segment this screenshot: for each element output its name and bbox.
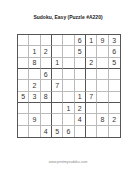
cell-r4c3[interactable]: 6 <box>41 69 52 80</box>
cell-r2c8[interactable] <box>97 46 108 57</box>
cell-r1c7[interactable]: 1 <box>86 35 97 46</box>
cell-r5c4[interactable]: 7 <box>52 80 63 91</box>
cell-r8c6[interactable]: 4 <box>75 114 86 125</box>
cell-r9c3[interactable]: 4 <box>41 126 52 137</box>
cell-r6c8[interactable] <box>97 92 108 103</box>
cell-r7c8[interactable] <box>97 103 108 114</box>
cell-r9c4[interactable]: 5 <box>52 126 63 137</box>
cell-r8c5[interactable] <box>63 114 74 125</box>
cell-r8c2[interactable]: 9 <box>29 114 40 125</box>
cell-r1c3[interactable] <box>41 35 52 46</box>
cell-r3c1[interactable] <box>18 58 29 69</box>
cell-r9c5[interactable]: 6 <box>63 126 74 137</box>
cell-r4c9[interactable] <box>109 69 120 80</box>
cell-r4c5[interactable] <box>63 69 74 80</box>
cell-r9c9[interactable] <box>109 126 120 137</box>
cell-r9c2[interactable] <box>29 126 40 137</box>
cell-r3c6[interactable] <box>75 58 86 69</box>
cell-r7c7[interactable] <box>86 103 97 114</box>
cell-r8c7[interactable] <box>86 114 97 125</box>
cell-r3c8[interactable] <box>97 58 108 69</box>
cell-r8c1[interactable] <box>18 114 29 125</box>
cell-r8c4[interactable] <box>52 114 63 125</box>
cell-r2c5[interactable] <box>63 46 74 57</box>
cell-r2c9[interactable]: 6 <box>109 46 120 57</box>
cell-r6c7[interactable]: 7 <box>86 92 97 103</box>
cell-r2c4[interactable] <box>52 46 63 57</box>
cell-r6c4[interactable] <box>52 92 63 103</box>
cell-r3c4[interactable]: 1 <box>52 58 63 69</box>
cell-r5c7[interactable] <box>86 80 97 91</box>
puzzle-title: Sudoku, Easy (Puzzle #A220) <box>0 14 136 20</box>
cell-r5c5[interactable] <box>63 80 74 91</box>
cell-r9c6[interactable] <box>75 126 86 137</box>
sudoku-page: Sudoku, Easy (Puzzle #A220) 619312568125… <box>0 0 136 176</box>
cell-r7c2[interactable] <box>29 103 40 114</box>
cell-r2c6[interactable]: 5 <box>75 46 86 57</box>
sudoku-board: 61931256812562753817129482456 <box>17 34 121 138</box>
cell-r3c3[interactable] <box>41 58 52 69</box>
cell-r5c8[interactable] <box>97 80 108 91</box>
cell-r8c8[interactable]: 8 <box>97 114 108 125</box>
cell-r1c4[interactable] <box>52 35 63 46</box>
cell-r5c2[interactable]: 2 <box>29 80 40 91</box>
cell-r1c6[interactable]: 6 <box>75 35 86 46</box>
cell-r1c5[interactable] <box>63 35 74 46</box>
cell-r5c3[interactable] <box>41 80 52 91</box>
cell-r9c8[interactable] <box>97 126 108 137</box>
cell-r8c3[interactable] <box>41 114 52 125</box>
cell-r5c9[interactable] <box>109 80 120 91</box>
cell-r6c3[interactable]: 8 <box>41 92 52 103</box>
cell-r7c3[interactable] <box>41 103 52 114</box>
cell-r6c9[interactable] <box>109 92 120 103</box>
cell-r8c9[interactable]: 2 <box>109 114 120 125</box>
cell-r7c5[interactable]: 1 <box>63 103 74 114</box>
cell-r6c5[interactable] <box>63 92 74 103</box>
cell-r6c2[interactable]: 3 <box>29 92 40 103</box>
cell-r2c1[interactable] <box>18 46 29 57</box>
cell-r3c7[interactable]: 2 <box>86 58 97 69</box>
cell-r4c6[interactable] <box>75 69 86 80</box>
cell-r9c7[interactable] <box>86 126 97 137</box>
cell-r9c1[interactable] <box>18 126 29 137</box>
cell-r4c8[interactable] <box>97 69 108 80</box>
cell-r7c4[interactable] <box>52 103 63 114</box>
cell-r3c9[interactable]: 5 <box>109 58 120 69</box>
cell-r7c6[interactable]: 2 <box>75 103 86 114</box>
cell-r4c2[interactable] <box>29 69 40 80</box>
cell-r5c1[interactable] <box>18 80 29 91</box>
cell-r6c1[interactable]: 5 <box>18 92 29 103</box>
cell-r2c2[interactable]: 1 <box>29 46 40 57</box>
cell-r4c7[interactable] <box>86 69 97 80</box>
cell-r1c1[interactable] <box>18 35 29 46</box>
cell-r4c4[interactable] <box>52 69 63 80</box>
cell-r3c2[interactable]: 8 <box>29 58 40 69</box>
cell-r4c1[interactable] <box>18 69 29 80</box>
cell-r5c6[interactable] <box>75 80 86 91</box>
cell-r6c6[interactable]: 1 <box>75 92 86 103</box>
cell-r7c1[interactable] <box>18 103 29 114</box>
footer-url: www.printmysudoku.com <box>0 160 136 164</box>
cell-r1c2[interactable] <box>29 35 40 46</box>
cell-r3c5[interactable] <box>63 58 74 69</box>
cell-r2c3[interactable]: 2 <box>41 46 52 57</box>
cell-r2c7[interactable] <box>86 46 97 57</box>
cell-r7c9[interactable] <box>109 103 120 114</box>
cell-r1c8[interactable]: 9 <box>97 35 108 46</box>
cell-r1c9[interactable]: 3 <box>109 35 120 46</box>
